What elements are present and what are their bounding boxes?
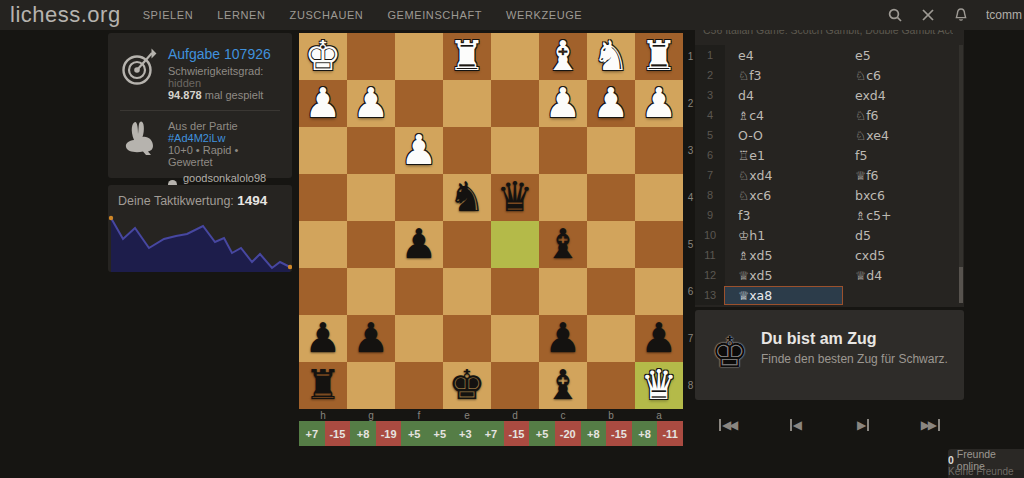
square-g2[interactable]: ♟ (347, 80, 395, 127)
square-f1[interactable] (395, 33, 443, 80)
move-nav-controls: ◀◀ ◀ ▶ ▶▶ (695, 405, 964, 445)
bar-glyph (867, 419, 869, 431)
puzzle-result-5[interactable]: +5 (401, 421, 427, 446)
black-move-12[interactable]: ♕d4 (842, 268, 959, 283)
rating-value: 1494 (237, 193, 267, 208)
move-row-4: 4♗c4♘f6 (695, 105, 959, 125)
move-row-10: 10♔h1d5 (695, 225, 959, 245)
black-bishop-c8[interactable]: ♝ (545, 365, 582, 406)
square-a3[interactable] (635, 127, 683, 174)
square-a5[interactable] (635, 221, 683, 268)
black-move-2[interactable]: ♘c6 (842, 68, 959, 83)
square-b1[interactable]: ♞ (587, 33, 635, 80)
panel-divider (120, 110, 280, 111)
square-b3[interactable] (587, 127, 635, 174)
search-icon[interactable] (887, 7, 903, 23)
black-pawn-f5[interactable]: ♟ (401, 224, 438, 265)
puzzle-info-panel: Aufgabe 107926 Schwierigkeitsgrad: hidde… (108, 33, 292, 178)
feedback-text: Du bist am Zug Finde den besten Zug für … (761, 330, 948, 366)
bar-glyph (938, 419, 940, 431)
white-move-8[interactable]: ♘xc6 (725, 188, 842, 203)
username[interactable]: tcomm (986, 8, 1022, 22)
square-b2[interactable]: ♟ (587, 80, 635, 127)
top-navbar: lichess.org SPIELEN LERNEN ZUSCHAUEN GEM… (0, 0, 1024, 30)
square-a7[interactable]: ♟ (635, 315, 683, 362)
move-row-12: 12♕xd5♕d4 (695, 265, 959, 285)
white-queen-a8[interactable]: ♛ (641, 365, 678, 406)
white-move-9[interactable]: f3 (725, 208, 842, 223)
square-g6[interactable] (347, 268, 395, 315)
black-move-10[interactable]: d5 (842, 228, 959, 243)
puzzle-result-11[interactable]: -20 (555, 421, 581, 446)
time-control: 10+0 • Rapid • Gewertet (168, 144, 280, 168)
file-label-h: h (299, 409, 347, 421)
rating-label: Deine Taktikwertung: 1494 (118, 193, 267, 208)
menu-werkzeuge[interactable]: WERKZEUGE (506, 9, 582, 21)
white-move-1[interactable]: e4 (725, 48, 842, 63)
black-king-icon: ♚ (711, 332, 749, 374)
white-bishop-c1[interactable]: ♝ (545, 36, 582, 77)
square-c7[interactable]: ♟ (539, 315, 587, 362)
square-d4[interactable]: ♛ (491, 174, 539, 221)
puzzle-result-10[interactable]: +5 (529, 421, 555, 446)
square-d6[interactable] (491, 268, 539, 315)
square-a2[interactable]: ♟ (635, 80, 683, 127)
square-g7[interactable]: ♟ (347, 315, 395, 362)
black-pawn-h7[interactable]: ♟ (305, 318, 342, 359)
square-a1[interactable]: ♜ (635, 33, 683, 80)
black-pawn-c7[interactable]: ♟ (545, 318, 582, 359)
difficulty-value: hidden (168, 77, 201, 89)
move-number: 4 (695, 105, 725, 125)
main-menu: SPIELEN LERNEN ZUSCHAUEN GEMEINSCHAFT WE… (143, 9, 583, 21)
black-pawn-a7[interactable]: ♟ (641, 318, 678, 359)
square-e6[interactable] (443, 268, 491, 315)
black-move-4[interactable]: ♘f6 (842, 108, 959, 123)
plays-count: 94.878 (168, 89, 202, 101)
rating-panel: Deine Taktikwertung: 1494 (108, 185, 292, 272)
move-number: 13 (695, 285, 725, 305)
black-pawn-g7[interactable]: ♟ (353, 318, 390, 359)
navbar-right: tcomm (887, 0, 1024, 30)
move-number: 10 (695, 225, 725, 245)
square-h4[interactable] (299, 174, 347, 221)
turn-feedback-box: ♚ Du bist am Zug Finde den besten Zug fü… (695, 310, 964, 400)
square-d8[interactable] (491, 362, 539, 409)
square-d2[interactable] (491, 80, 539, 127)
last-move-glyph: ▶▶ (921, 418, 937, 432)
square-h2[interactable]: ♟ (299, 80, 347, 127)
first-move-button[interactable]: ◀◀ (695, 405, 762, 445)
friends-sub-line: Keine Freunde online (948, 470, 1024, 478)
from-game-line: Aus der Partie #Ad4M2iLw (168, 120, 280, 144)
square-g4[interactable] (347, 174, 395, 221)
square-c4[interactable] (539, 174, 587, 221)
file-label-g: g (347, 409, 395, 421)
square-h3[interactable] (299, 127, 347, 174)
rank-label-1: 1 (684, 33, 697, 80)
chess-board[interactable]: ♚♜♝♞♜♟♟♟♟♟♟♞♛♟♝♟♟♟♟♜♚♝♛ (299, 33, 683, 409)
feedback-subtitle: Finde den besten Zug für Schwarz. (761, 352, 948, 366)
puzzle-result-4[interactable]: -19 (376, 421, 402, 446)
white-move-10[interactable]: ♔h1 (725, 228, 842, 243)
file-label-c: c (539, 409, 587, 421)
square-c5[interactable]: ♝ (539, 221, 587, 268)
square-h1[interactable]: ♚ (299, 33, 347, 80)
move-row-13: 13♕xa8 (695, 285, 959, 305)
white-move-11[interactable]: ♗xd5 (725, 248, 842, 263)
square-b5[interactable] (587, 221, 635, 268)
black-move-6[interactable]: f5 (842, 148, 959, 163)
square-h5[interactable] (299, 221, 347, 268)
move-row-7: 7♘xd4♕f6 (695, 165, 959, 185)
move-row-2: 2♘f3♘c6 (695, 65, 959, 85)
file-label-b: b (587, 409, 635, 421)
white-rook-a1[interactable]: ♜ (641, 36, 678, 77)
black-bishop-c5[interactable]: ♝ (545, 224, 582, 265)
file-label-e: e (443, 409, 491, 421)
square-d5[interactable] (491, 221, 539, 268)
white-pawn-h2[interactable]: ♟ (305, 83, 342, 124)
move-number: 1 (695, 45, 725, 65)
square-h6[interactable] (299, 268, 347, 315)
square-g1[interactable] (347, 33, 395, 80)
scrollbar-thumb[interactable] (959, 267, 963, 303)
square-e2[interactable] (443, 80, 491, 127)
move-row-8: 8♘xc6bxc6 (695, 185, 959, 205)
rank-label-3: 3 (684, 127, 697, 174)
move-row-5: 5O-O♘xe4 (695, 125, 959, 145)
puzzle-result-7[interactable]: +3 (453, 421, 479, 446)
square-b6[interactable] (587, 268, 635, 315)
square-e5[interactable] (443, 221, 491, 268)
next-move-button[interactable]: ▶ (830, 405, 897, 445)
white-king-h1[interactable]: ♚ (305, 36, 342, 77)
move-row-1: 1e4e5 (695, 45, 959, 65)
square-d3[interactable] (491, 127, 539, 174)
puzzle-result-13[interactable]: -15 (606, 421, 632, 446)
move-number: 2 (695, 65, 725, 85)
square-g8[interactable] (347, 362, 395, 409)
white-move-5[interactable]: O-O (725, 128, 842, 143)
square-g5[interactable] (347, 221, 395, 268)
square-b8[interactable] (587, 362, 635, 409)
puzzle-result-12[interactable]: +8 (581, 421, 607, 446)
black-move-8[interactable]: bxc6 (842, 188, 959, 203)
file-label-d: d (491, 409, 539, 421)
puzzle-result-9[interactable]: -15 (504, 421, 530, 446)
square-f3[interactable]: ♟ (395, 127, 443, 174)
white-move-7[interactable]: ♘xd4 (725, 168, 842, 183)
game-link[interactable]: #Ad4M2iLw (168, 132, 225, 144)
black-knight-e4[interactable]: ♞ (449, 177, 486, 218)
puzzle-result-8[interactable]: +7 (478, 421, 504, 446)
square-c1[interactable]: ♝ (539, 33, 587, 80)
black-move-3[interactable]: exd4 (842, 88, 959, 103)
white-move-13[interactable]: ♕xa8 (725, 287, 842, 304)
puzzle-result-1[interactable]: +7 (299, 421, 325, 446)
black-move-7[interactable]: ♕f6 (842, 168, 959, 183)
square-f6[interactable] (395, 268, 443, 315)
bar-glyph (719, 419, 721, 431)
file-coordinates: hgfedcba (299, 409, 683, 421)
target-icon (120, 46, 158, 101)
white-move-12[interactable]: ♕xd5 (725, 268, 842, 283)
square-c3[interactable] (539, 127, 587, 174)
square-e1[interactable]: ♜ (443, 33, 491, 80)
rank-label-6: 6 (684, 268, 697, 315)
square-a8[interactable]: ♛ (635, 362, 683, 409)
puzzle-title-link[interactable]: Aufgabe 107926 (168, 46, 280, 62)
square-b7[interactable] (587, 315, 635, 362)
move-row-6: 6♖e1f5 (695, 145, 959, 165)
white-pawn-c2[interactable]: ♟ (545, 83, 582, 124)
white-pawn-a2[interactable]: ♟ (641, 83, 678, 124)
menu-gemeinschaft[interactable]: GEMEINSCHAFT (387, 9, 482, 21)
square-b4[interactable] (587, 174, 635, 221)
white-knight-b1[interactable]: ♞ (593, 36, 630, 77)
move-number: 12 (695, 265, 725, 285)
square-f2[interactable] (395, 80, 443, 127)
square-h8[interactable]: ♜ (299, 362, 347, 409)
difficulty-line: Schwierigkeitsgrad: hidden (168, 65, 280, 89)
square-c6[interactable] (539, 268, 587, 315)
square-c8[interactable]: ♝ (539, 362, 587, 409)
square-e3[interactable] (443, 127, 491, 174)
black-move-11[interactable]: cxd5 (842, 248, 959, 263)
move-number: 3 (695, 85, 725, 105)
plays-suffix: mal gespielt (205, 89, 264, 101)
square-c2[interactable]: ♟ (539, 80, 587, 127)
next-move-glyph: ▶ (857, 418, 866, 432)
puzzle-result-2[interactable]: -15 (325, 421, 351, 446)
puzzle-text: Aufgabe 107926 Schwierigkeitsgrad: hidde… (168, 46, 280, 101)
white-pawn-g2[interactable]: ♟ (353, 83, 390, 124)
square-a4[interactable] (635, 174, 683, 221)
move-number: 11 (695, 245, 725, 265)
white-pawn-f3[interactable]: ♟ (401, 130, 438, 171)
white-move-2[interactable]: ♘f3 (725, 68, 842, 83)
challenges-icon[interactable] (920, 7, 936, 23)
rank-label-2: 2 (684, 80, 697, 127)
first-move-glyph: ◀◀ (722, 418, 738, 432)
puzzle-result-14[interactable]: +8 (632, 421, 658, 446)
file-label-f: f (395, 409, 443, 421)
friends-online-bar[interactable]: 0 Freunde online Keine Freunde online (948, 449, 1024, 478)
white-pawn-b2[interactable]: ♟ (593, 83, 630, 124)
black-king-e8[interactable]: ♚ (449, 365, 486, 406)
black-move-9[interactable]: ♗c5+ (842, 208, 959, 223)
from-game-label: Aus der Partie (168, 120, 238, 132)
square-g3[interactable] (347, 127, 395, 174)
lichess-logo[interactable]: lichess.org (10, 2, 121, 28)
move-row-11: 11♗xd5cxd5 (695, 245, 959, 265)
rank-label-4: 4 (684, 174, 697, 221)
move-list: 1e4e52♘f3♘c63d4exd44♗c4♘f65O-O♘xe46♖e1f5… (695, 45, 959, 305)
square-d1[interactable] (491, 33, 539, 80)
white-move-6[interactable]: ♖e1 (725, 148, 842, 163)
last-move-button[interactable]: ▶▶ (897, 405, 964, 445)
previous-move-button[interactable]: ◀ (762, 405, 829, 445)
black-rook-h8[interactable]: ♜ (305, 365, 342, 406)
friends-count: 0 (948, 454, 954, 466)
puzzle-result-6[interactable]: +5 (427, 421, 453, 446)
plays-line: 94.878 mal gespielt (168, 89, 280, 101)
white-move-4[interactable]: ♗c4 (725, 108, 842, 123)
move-number: 8 (695, 185, 725, 205)
square-e4[interactable]: ♞ (443, 174, 491, 221)
bar-glyph (790, 419, 792, 431)
previous-move-glyph: ◀ (793, 418, 802, 432)
move-list-scrollbar[interactable] (959, 45, 963, 303)
black-move-5[interactable]: ♘xe4 (842, 128, 959, 143)
menu-lernen[interactable]: LERNEN (217, 9, 265, 21)
puzzle-meta: Aufgabe 107926 Schwierigkeitsgrad: hidde… (120, 46, 280, 101)
move-row-9: 9f3♗c5+ (695, 205, 959, 225)
move-number: 6 (695, 145, 725, 165)
white-move-3[interactable]: d4 (725, 88, 842, 103)
menu-spielen[interactable]: SPIELEN (143, 9, 194, 21)
move-list-panel: C56 Italian Game: Scotch Gambit, Double … (695, 20, 964, 307)
black-move-1[interactable]: e5 (842, 48, 959, 63)
white-rook-e1[interactable]: ♜ (449, 36, 486, 77)
file-label-a: a (635, 409, 683, 421)
lichess-puzzle-page: C56 Italian Game: Scotch Gambit, Double … (0, 0, 1024, 478)
square-f5[interactable]: ♟ (395, 221, 443, 268)
square-f4[interactable] (395, 174, 443, 221)
puzzle-history-strip: +7-15+8-19+5+5+3+7-15+5-20+8-15+8-11 (299, 421, 683, 446)
move-row-3: 3d4exd4 (695, 85, 959, 105)
bell-icon[interactable] (953, 7, 969, 23)
move-number: 7 (695, 165, 725, 185)
square-h7[interactable]: ♟ (299, 315, 347, 362)
puzzle-result-15[interactable]: -11 (657, 421, 683, 446)
square-e7[interactable] (443, 315, 491, 362)
rank-label-5: 5 (684, 221, 697, 268)
square-a6[interactable] (635, 268, 683, 315)
square-d7[interactable] (491, 315, 539, 362)
puzzle-result-3[interactable]: +8 (350, 421, 376, 446)
feedback-title: Du bist am Zug (761, 330, 948, 348)
square-f7[interactable] (395, 315, 443, 362)
menu-zuschauen[interactable]: ZUSCHAUEN (290, 9, 364, 21)
difficulty-label: Schwierigkeitsgrad: (168, 65, 263, 77)
move-number: 9 (695, 205, 725, 225)
square-f8[interactable] (395, 362, 443, 409)
move-number: 5 (695, 125, 725, 145)
square-e8[interactable]: ♚ (443, 362, 491, 409)
black-queen-d4[interactable]: ♛ (497, 177, 534, 218)
